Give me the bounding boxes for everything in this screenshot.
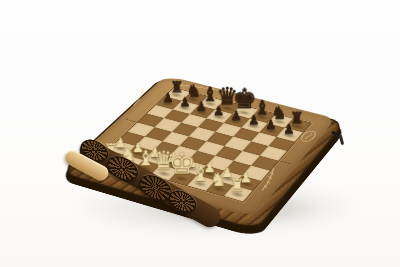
piece-black-pawn: ♟ xyxy=(196,100,207,113)
piece-black-pawn: ♟ xyxy=(248,114,259,127)
piece-black-pawn: ♟ xyxy=(213,104,224,117)
piece-white-bishop: ♝ xyxy=(191,163,210,184)
piece-black-pawn: ♟ xyxy=(162,91,173,103)
piece-black-pawn: ♟ xyxy=(265,118,277,131)
piece-black-pawn: ♟ xyxy=(179,96,190,109)
piece-black-pawn: ♟ xyxy=(283,123,295,136)
product-photo: ARMENIA ♜♞♝♛♚♝♞♜♟♟♟♟♟♟♟♟♟♟♟♟♟♟♟♟♜♞♝♛♚♝♞♜ xyxy=(0,0,400,267)
piece-white-knight: ♞ xyxy=(210,170,227,189)
wheat-engraving-icon xyxy=(125,87,151,107)
metal-latch xyxy=(331,129,347,147)
piece-white-rook: ♜ xyxy=(230,178,245,195)
latch-hook-icon xyxy=(339,135,344,145)
board-face: ARMENIA ♜♞♝♛♚♝♞♜♟♟♟♟♟♟♟♟♟♟♟♟♟♟♟♟♜♞♝♛♚♝♞♜ xyxy=(69,75,336,217)
piece-black-pawn: ♟ xyxy=(230,109,241,122)
chess-box: ARMENIA ♜♞♝♛♚♝♞♜♟♟♟♟♟♟♟♟♟♟♟♟♟♟♟♟♜♞♝♛♚♝♞♜ xyxy=(69,75,336,217)
